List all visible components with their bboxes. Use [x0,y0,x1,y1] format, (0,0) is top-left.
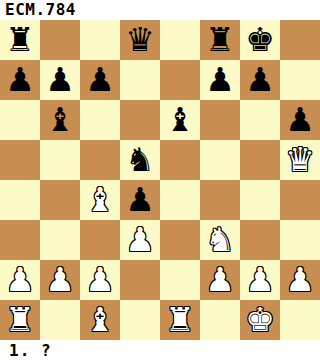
black-queen[interactable]: ♛ [125,20,155,60]
square-f7[interactable]: ♟ [200,60,240,100]
square-c8[interactable] [80,20,120,60]
square-a6[interactable] [0,100,40,140]
square-g4[interactable] [240,180,280,220]
white-pawn[interactable]: ♟ [45,260,75,300]
square-h1[interactable] [280,300,320,340]
square-b3[interactable] [40,220,80,260]
square-h6[interactable]: ♟ [280,100,320,140]
square-b7[interactable]: ♟ [40,60,80,100]
square-d3[interactable]: ♟ [120,220,160,260]
square-b8[interactable] [40,20,80,60]
white-pawn[interactable]: ♟ [285,260,315,300]
square-e1[interactable]: ♜ [160,300,200,340]
black-pawn[interactable]: ♟ [285,100,315,140]
square-f8[interactable]: ♜ [200,20,240,60]
square-e8[interactable] [160,20,200,60]
square-d1[interactable] [120,300,160,340]
black-knight[interactable]: ♞ [125,140,155,180]
white-pawn[interactable]: ♟ [245,260,275,300]
square-g8[interactable]: ♚ [240,20,280,60]
white-rook[interactable]: ♜ [165,300,195,340]
black-pawn[interactable]: ♟ [245,60,275,100]
square-a7[interactable]: ♟ [0,60,40,100]
page-title: ECM.784 [0,0,320,20]
square-c4[interactable]: ♝ [80,180,120,220]
square-e5[interactable] [160,140,200,180]
white-king[interactable]: ♚ [245,300,275,340]
square-a1[interactable]: ♜ [0,300,40,340]
square-b5[interactable] [40,140,80,180]
white-bishop[interactable]: ♝ [85,300,115,340]
black-pawn[interactable]: ♟ [45,60,75,100]
square-e4[interactable] [160,180,200,220]
square-f1[interactable] [200,300,240,340]
white-pawn[interactable]: ♟ [205,260,235,300]
black-bishop[interactable]: ♝ [165,100,195,140]
square-h2[interactable]: ♟ [280,260,320,300]
black-pawn[interactable]: ♟ [125,180,155,220]
square-g6[interactable] [240,100,280,140]
move-prompt: 1. ? [0,340,320,360]
square-b2[interactable]: ♟ [40,260,80,300]
square-d5[interactable]: ♞ [120,140,160,180]
square-f4[interactable] [200,180,240,220]
black-king[interactable]: ♚ [245,20,275,60]
chess-board: ♜♛♜♚♟♟♟♟♟♝♝♟♞♛♝♟♟♞♟♟♟♟♟♟♜♝♜♚ [0,20,320,340]
white-knight[interactable]: ♞ [205,220,235,260]
chess-app-window: ECM.784 ♜♛♜♚♟♟♟♟♟♝♝♟♞♛♝♟♟♞♟♟♟♟♟♟♜♝♜♚ 1. … [0,0,320,360]
square-e3[interactable] [160,220,200,260]
square-h4[interactable] [280,180,320,220]
square-b4[interactable] [40,180,80,220]
square-f3[interactable]: ♞ [200,220,240,260]
white-bishop[interactable]: ♝ [85,180,115,220]
black-rook[interactable]: ♜ [5,20,35,60]
square-c6[interactable] [80,100,120,140]
square-d2[interactable] [120,260,160,300]
black-pawn[interactable]: ♟ [5,60,35,100]
white-rook[interactable]: ♜ [5,300,35,340]
square-f6[interactable] [200,100,240,140]
square-c2[interactable]: ♟ [80,260,120,300]
square-e2[interactable] [160,260,200,300]
square-g2[interactable]: ♟ [240,260,280,300]
black-pawn[interactable]: ♟ [205,60,235,100]
square-d8[interactable]: ♛ [120,20,160,60]
square-d7[interactable] [120,60,160,100]
square-f5[interactable] [200,140,240,180]
square-b1[interactable] [40,300,80,340]
white-pawn[interactable]: ♟ [125,220,155,260]
square-a5[interactable] [0,140,40,180]
black-pawn[interactable]: ♟ [85,60,115,100]
square-d6[interactable] [120,100,160,140]
square-g3[interactable] [240,220,280,260]
white-pawn[interactable]: ♟ [85,260,115,300]
square-e7[interactable] [160,60,200,100]
square-a2[interactable]: ♟ [0,260,40,300]
square-b6[interactable]: ♝ [40,100,80,140]
white-pawn[interactable]: ♟ [5,260,35,300]
square-g5[interactable] [240,140,280,180]
square-c1[interactable]: ♝ [80,300,120,340]
square-h5[interactable]: ♛ [280,140,320,180]
white-queen[interactable]: ♛ [285,140,315,180]
square-d4[interactable]: ♟ [120,180,160,220]
square-h7[interactable] [280,60,320,100]
square-a4[interactable] [0,180,40,220]
square-e6[interactable]: ♝ [160,100,200,140]
square-c5[interactable] [80,140,120,180]
square-g1[interactable]: ♚ [240,300,280,340]
square-g7[interactable]: ♟ [240,60,280,100]
square-c7[interactable]: ♟ [80,60,120,100]
square-h8[interactable] [280,20,320,60]
square-c3[interactable] [80,220,120,260]
square-f2[interactable]: ♟ [200,260,240,300]
black-rook[interactable]: ♜ [205,20,235,60]
square-h3[interactable] [280,220,320,260]
square-a3[interactable] [0,220,40,260]
black-bishop[interactable]: ♝ [45,100,75,140]
square-a8[interactable]: ♜ [0,20,40,60]
